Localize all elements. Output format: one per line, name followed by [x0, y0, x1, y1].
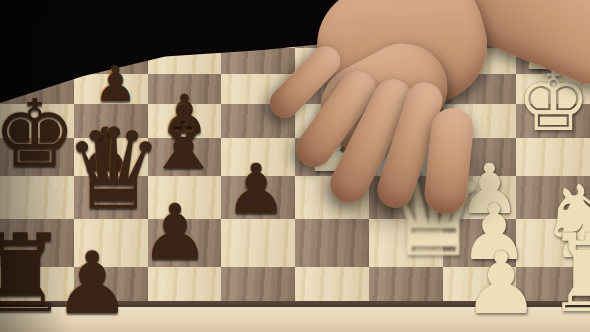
square-f3[interactable]	[369, 74, 443, 104]
square-c7[interactable]: ♛	[74, 176, 148, 219]
square-h6[interactable]	[148, 26, 222, 48]
square-c1[interactable]	[516, 176, 590, 219]
square-h7[interactable]	[74, 26, 148, 48]
square-e7[interactable]	[74, 104, 148, 138]
square-g1[interactable]: ♞	[516, 48, 590, 74]
square-g8[interactable]	[0, 48, 74, 74]
square-d6[interactable]: ♝	[148, 138, 222, 176]
square-g4[interactable]	[295, 48, 369, 74]
square-d7[interactable]: ♟	[74, 138, 148, 176]
square-d2[interactable]	[443, 138, 517, 176]
square-c6[interactable]	[148, 176, 222, 219]
square-h5[interactable]	[221, 26, 295, 48]
square-g6[interactable]	[148, 48, 222, 74]
square-e8[interactable]	[0, 104, 74, 138]
square-b4[interactable]	[295, 219, 369, 267]
square-e6[interactable]: ♟	[148, 104, 222, 138]
square-e2[interactable]	[443, 104, 517, 138]
square-f5[interactable]	[221, 74, 295, 104]
square-b6[interactable]: ♟	[148, 219, 222, 267]
square-d5[interactable]	[221, 138, 295, 176]
square-d3[interactable]	[369, 138, 443, 176]
square-b3[interactable]: ♛♛	[369, 219, 443, 267]
square-c5[interactable]: ♟	[221, 176, 295, 219]
square-f2[interactable]	[443, 74, 517, 104]
square-c2[interactable]: ♟	[443, 176, 517, 219]
square-h4[interactable]	[295, 26, 369, 48]
square-d4[interactable]: ♟	[295, 138, 369, 176]
square-h2[interactable]	[443, 26, 517, 48]
square-b5[interactable]	[221, 219, 295, 267]
square-e1[interactable]: ♚	[516, 104, 590, 138]
square-c4[interactable]	[295, 176, 369, 219]
square-g5[interactable]	[221, 48, 295, 74]
square-f6[interactable]	[148, 74, 222, 104]
board-frame	[0, 307, 590, 332]
square-f7[interactable]: ♟	[74, 74, 148, 104]
square-e4[interactable]	[295, 104, 369, 138]
square-g3[interactable]	[369, 48, 443, 74]
square-f8[interactable]	[0, 74, 74, 104]
square-h3[interactable]	[369, 26, 443, 48]
square-c8[interactable]	[0, 176, 74, 219]
square-f1[interactable]	[516, 74, 590, 104]
square-e5[interactable]	[221, 104, 295, 138]
square-b1[interactable]: ♞	[516, 219, 590, 267]
square-b7[interactable]	[74, 219, 148, 267]
square-f4[interactable]	[295, 74, 369, 104]
square-c3[interactable]	[369, 176, 443, 219]
square-d8[interactable]: ♚	[0, 138, 74, 176]
square-d1[interactable]	[516, 138, 590, 176]
square-g2[interactable]	[443, 48, 517, 74]
square-h1[interactable]	[516, 26, 590, 48]
square-e3[interactable]	[369, 104, 443, 138]
square-g7[interactable]	[74, 48, 148, 74]
square-h8[interactable]	[0, 26, 74, 48]
square-b8[interactable]	[0, 219, 74, 267]
square-b2[interactable]: ♟	[443, 219, 517, 267]
chess-board: ♞♟♟♚♚♟♝♟♛♟♟♟♛♛♟♞♜♟♟♜	[0, 26, 590, 301]
video-frame: ♞♟♟♚♚♟♝♟♛♟♟♟♛♛♟♞♜♟♟♜	[0, 0, 590, 332]
